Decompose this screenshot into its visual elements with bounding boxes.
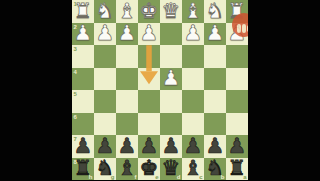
- rank-label-5: 5: [74, 91, 77, 97]
- square-e1[interactable]: ♚: [138, 0, 160, 23]
- piece-wP[interactable]: ♟: [96, 23, 115, 44]
- square-f8[interactable]: f♝: [116, 158, 138, 181]
- square-h7[interactable]: 7♟: [72, 135, 94, 158]
- watermark-stripe: [242, 24, 246, 33]
- square-b3[interactable]: [204, 45, 226, 68]
- rank-label-7: 7: [74, 136, 77, 142]
- square-h3[interactable]: 3: [72, 45, 94, 68]
- piece-wP[interactable]: ♟: [162, 68, 181, 89]
- square-a4[interactable]: [226, 68, 248, 91]
- file-label-h: h: [89, 174, 93, 180]
- square-d8[interactable]: d♛: [160, 158, 182, 181]
- square-e3[interactable]: [138, 45, 160, 68]
- square-f7[interactable]: ♟: [116, 135, 138, 158]
- file-label-a: a: [243, 174, 246, 180]
- square-e4[interactable]: [138, 68, 160, 91]
- square-d1[interactable]: ♛: [160, 0, 182, 23]
- square-f4[interactable]: [116, 68, 138, 91]
- video-frame: 1♜♞♝♚♛♝♞♜2♟♟♟♟♟♟♟34♟567♟♟♟♟♟♟♟♟8h♜g♞f♝e♚…: [0, 0, 320, 180]
- square-c6[interactable]: [182, 113, 204, 136]
- square-f3[interactable]: [116, 45, 138, 68]
- piece-wQ[interactable]: ♛: [162, 1, 181, 22]
- square-a5[interactable]: [226, 90, 248, 113]
- square-g7[interactable]: ♟: [94, 135, 116, 158]
- rank-label-2: 2: [74, 24, 77, 30]
- square-d7[interactable]: ♟: [160, 135, 182, 158]
- chess-board[interactable]: 1♜♞♝♚♛♝♞♜2♟♟♟♟♟♟♟34♟567♟♟♟♟♟♟♟♟8h♜g♞f♝e♚…: [72, 0, 248, 180]
- file-label-c: c: [199, 174, 202, 180]
- square-h6[interactable]: 6: [72, 113, 94, 136]
- square-c4[interactable]: [182, 68, 204, 91]
- square-g1[interactable]: ♞: [94, 0, 116, 23]
- file-label-e: e: [155, 174, 158, 180]
- file-label-f: f: [135, 174, 137, 180]
- square-f5[interactable]: [116, 90, 138, 113]
- square-f6[interactable]: [116, 113, 138, 136]
- piece-bP[interactable]: ♟: [118, 136, 137, 157]
- file-label-g: g: [111, 174, 115, 180]
- square-a3[interactable]: [226, 45, 248, 68]
- square-b4[interactable]: [204, 68, 226, 91]
- letterbox-right: [248, 0, 320, 180]
- square-a7[interactable]: ♟: [226, 135, 248, 158]
- letterbox-left: [0, 0, 72, 180]
- square-e5[interactable]: [138, 90, 160, 113]
- piece-bP[interactable]: ♟: [228, 136, 247, 157]
- piece-wB[interactable]: ♝: [118, 1, 137, 22]
- square-f2[interactable]: ♟: [116, 23, 138, 46]
- square-d2[interactable]: [160, 23, 182, 46]
- piece-wP[interactable]: ♟: [140, 23, 159, 44]
- square-h4[interactable]: 4: [72, 68, 94, 91]
- square-e8[interactable]: e♚: [138, 158, 160, 181]
- square-h1[interactable]: 1♜: [72, 0, 94, 23]
- square-a8[interactable]: a♜: [226, 158, 248, 181]
- square-c1[interactable]: ♝: [182, 0, 204, 23]
- rank-label-3: 3: [74, 46, 77, 52]
- square-c7[interactable]: ♟: [182, 135, 204, 158]
- square-e2[interactable]: ♟: [138, 23, 160, 46]
- square-g3[interactable]: [94, 45, 116, 68]
- square-d3[interactable]: [160, 45, 182, 68]
- square-g4[interactable]: [94, 68, 116, 91]
- square-b2[interactable]: ♟: [204, 23, 226, 46]
- watermark-stripe: [247, 25, 248, 32]
- square-c8[interactable]: c♝: [182, 158, 204, 181]
- square-b8[interactable]: b♞: [204, 158, 226, 181]
- file-label-d: d: [177, 174, 181, 180]
- square-b6[interactable]: [204, 113, 226, 136]
- square-c5[interactable]: [182, 90, 204, 113]
- square-g5[interactable]: [94, 90, 116, 113]
- square-h2[interactable]: 2♟: [72, 23, 94, 46]
- piece-wK[interactable]: ♚: [140, 1, 159, 22]
- piece-wB[interactable]: ♝: [184, 1, 203, 22]
- rank-label-1: 1: [74, 1, 77, 7]
- piece-bP[interactable]: ♟: [184, 136, 203, 157]
- piece-bP[interactable]: ♟: [162, 136, 181, 157]
- square-g2[interactable]: ♟: [94, 23, 116, 46]
- piece-bP[interactable]: ♟: [96, 136, 115, 157]
- piece-wN[interactable]: ♞: [206, 1, 225, 22]
- square-b7[interactable]: ♟: [204, 135, 226, 158]
- square-e6[interactable]: [138, 113, 160, 136]
- file-label-b: b: [221, 174, 225, 180]
- square-g6[interactable]: [94, 113, 116, 136]
- square-c3[interactable]: [182, 45, 204, 68]
- square-c2[interactable]: ♟: [182, 23, 204, 46]
- square-d4[interactable]: ♟: [160, 68, 182, 91]
- square-f1[interactable]: ♝: [116, 0, 138, 23]
- rank-label-8: 8: [74, 159, 77, 165]
- piece-wP[interactable]: ♟: [184, 23, 203, 44]
- square-a6[interactable]: [226, 113, 248, 136]
- piece-bP[interactable]: ♟: [140, 136, 159, 157]
- piece-bP[interactable]: ♟: [206, 136, 225, 157]
- square-h8[interactable]: 8h♜: [72, 158, 94, 181]
- square-b1[interactable]: ♞: [204, 0, 226, 23]
- piece-wP[interactable]: ♟: [118, 23, 137, 44]
- piece-wP[interactable]: ♟: [206, 23, 225, 44]
- rank-label-6: 6: [74, 114, 77, 120]
- square-e7[interactable]: ♟: [138, 135, 160, 158]
- rank-label-4: 4: [74, 69, 77, 75]
- square-d5[interactable]: [160, 90, 182, 113]
- watermark-stripe: [237, 24, 241, 33]
- square-d6[interactable]: [160, 113, 182, 136]
- square-h5[interactable]: 5: [72, 90, 94, 113]
- square-g8[interactable]: g♞: [94, 158, 116, 181]
- piece-wN[interactable]: ♞: [96, 1, 115, 22]
- square-b5[interactable]: [204, 90, 226, 113]
